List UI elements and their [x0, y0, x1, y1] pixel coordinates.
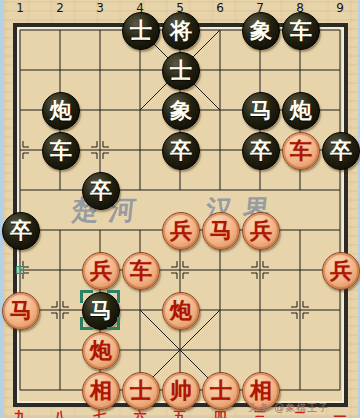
last-move-from-marker — [16, 266, 24, 274]
piece-red-兵-f9r6[interactable]: 兵 — [322, 252, 360, 290]
piece-black-士-f4r0[interactable]: 士 — [122, 12, 160, 50]
piece-black-马-f7r2[interactable]: 马 — [242, 92, 280, 130]
file-label-bottom-2: 八 — [48, 408, 72, 418]
piece-red-车-f4r6[interactable]: 车 — [122, 252, 160, 290]
piece-black-卒-f9r3[interactable]: 卒 — [322, 132, 360, 170]
piece-red-相-f3r9[interactable]: 相 — [82, 372, 120, 410]
piece-black-卒-f1r5[interactable]: 卒 — [2, 212, 40, 250]
piece-red-炮-f3r8[interactable]: 炮 — [82, 332, 120, 370]
piece-black-炮-f8r2[interactable]: 炮 — [282, 92, 320, 130]
file-label-bottom-3: 七 — [88, 408, 112, 418]
file-label-top-2: 2 — [50, 1, 70, 15]
piece-black-车-f2r3[interactable]: 车 — [42, 132, 80, 170]
piece-black-卒-f5r3[interactable]: 卒 — [162, 132, 200, 170]
file-label-top-3: 3 — [90, 1, 110, 15]
piece-red-马-f6r5[interactable]: 马 — [202, 212, 240, 250]
file-label-bottom-4: 六 — [128, 408, 152, 418]
piece-red-士-f6r9[interactable]: 士 — [202, 372, 240, 410]
watermark: 头条 @象棋王子 — [248, 401, 352, 415]
file-label-bottom-5: 五 — [168, 408, 192, 418]
piece-black-炮-f2r2[interactable]: 炮 — [42, 92, 80, 130]
piece-black-士-f5r1[interactable]: 士 — [162, 52, 200, 90]
piece-black-象-f5r2[interactable]: 象 — [162, 92, 200, 130]
piece-black-象-f7r0[interactable]: 象 — [242, 12, 280, 50]
piece-red-帅-f5r9[interactable]: 帅 — [162, 372, 200, 410]
file-label-top-6: 6 — [210, 1, 230, 15]
file-label-bottom-1: 九 — [8, 408, 32, 418]
piece-black-车-f8r0[interactable]: 车 — [282, 12, 320, 50]
piece-black-马-f3r7[interactable]: 马 — [82, 292, 120, 330]
piece-red-马-f1r7[interactable]: 马 — [2, 292, 40, 330]
file-label-top-9: 9 — [330, 1, 350, 15]
xiangqi-board-screenshot: 123456789 楚河 汉界 士将象车士炮象马炮车卒卒车卒卒卒兵马兵兵车兵马马… — [0, 0, 360, 418]
piece-red-炮-f5r7[interactable]: 炮 — [162, 292, 200, 330]
file-label-bottom-6: 四 — [208, 408, 232, 418]
piece-black-卒-f7r3[interactable]: 卒 — [242, 132, 280, 170]
file-label-top-1: 1 — [10, 1, 30, 15]
piece-red-兵-f3r6[interactable]: 兵 — [82, 252, 120, 290]
piece-red-车-f8r3[interactable]: 车 — [282, 132, 320, 170]
piece-red-兵-f5r5[interactable]: 兵 — [162, 212, 200, 250]
piece-red-兵-f7r5[interactable]: 兵 — [242, 212, 280, 250]
piece-red-士-f4r9[interactable]: 士 — [122, 372, 160, 410]
piece-black-将-f5r0[interactable]: 将 — [162, 12, 200, 50]
piece-black-卒-f3r4[interactable]: 卒 — [82, 172, 120, 210]
